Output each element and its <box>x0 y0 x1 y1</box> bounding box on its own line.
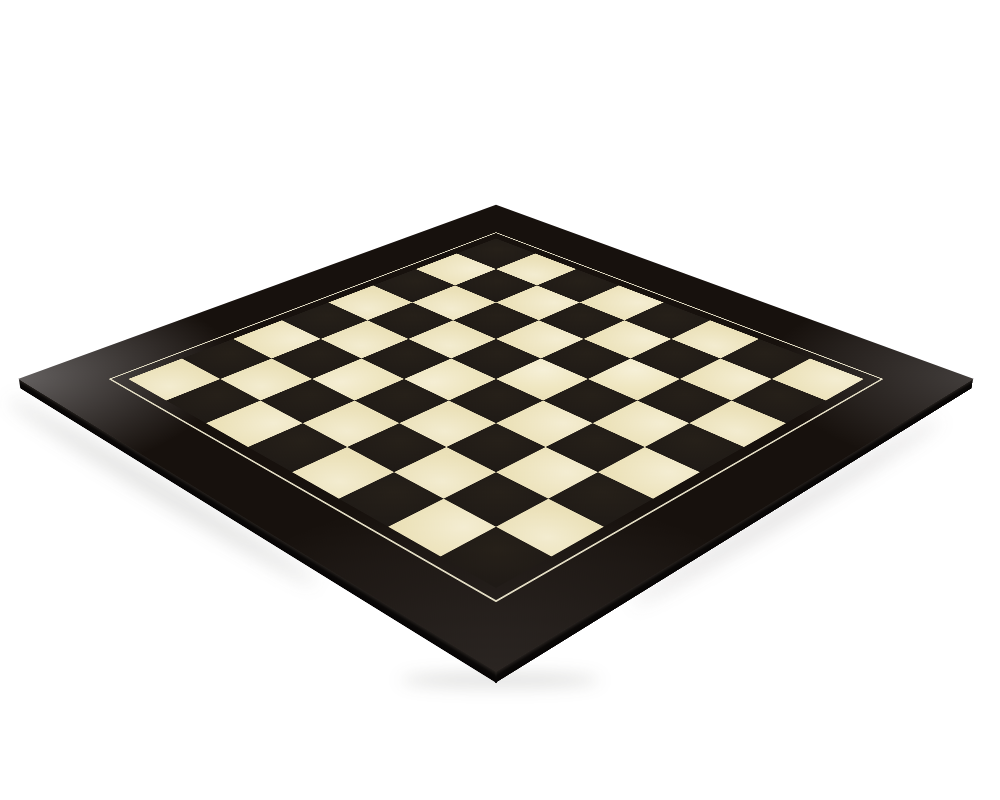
board-square <box>292 447 394 499</box>
board-square <box>394 447 496 499</box>
board-square <box>303 401 400 447</box>
board-square <box>441 527 552 588</box>
board-square <box>546 423 645 472</box>
board-square <box>444 472 549 527</box>
board-square <box>543 379 637 423</box>
board-top-face <box>18 205 974 672</box>
board-square <box>355 379 449 423</box>
board-square <box>399 401 496 447</box>
board-square <box>260 379 354 423</box>
board-square <box>598 447 700 499</box>
board-square <box>496 401 593 447</box>
board-square <box>593 401 690 447</box>
perspective-scene <box>0 0 1000 800</box>
board-square <box>206 401 303 447</box>
board-square <box>166 379 260 423</box>
board-square <box>339 472 444 527</box>
board-square <box>732 379 826 423</box>
squares-grid <box>128 238 863 588</box>
board-square <box>496 499 604 557</box>
chess-board <box>18 205 974 672</box>
board-square <box>446 423 545 472</box>
board-square <box>548 472 653 527</box>
board-square <box>645 423 744 472</box>
gloss-reflection-near <box>278 433 714 673</box>
board-square <box>689 401 786 447</box>
board-square <box>347 423 446 472</box>
board-square <box>388 499 496 557</box>
board-square <box>248 423 347 472</box>
product-photo-stage <box>0 0 1000 800</box>
board-square <box>637 379 731 423</box>
board-square <box>496 447 598 499</box>
board-square <box>449 379 543 423</box>
